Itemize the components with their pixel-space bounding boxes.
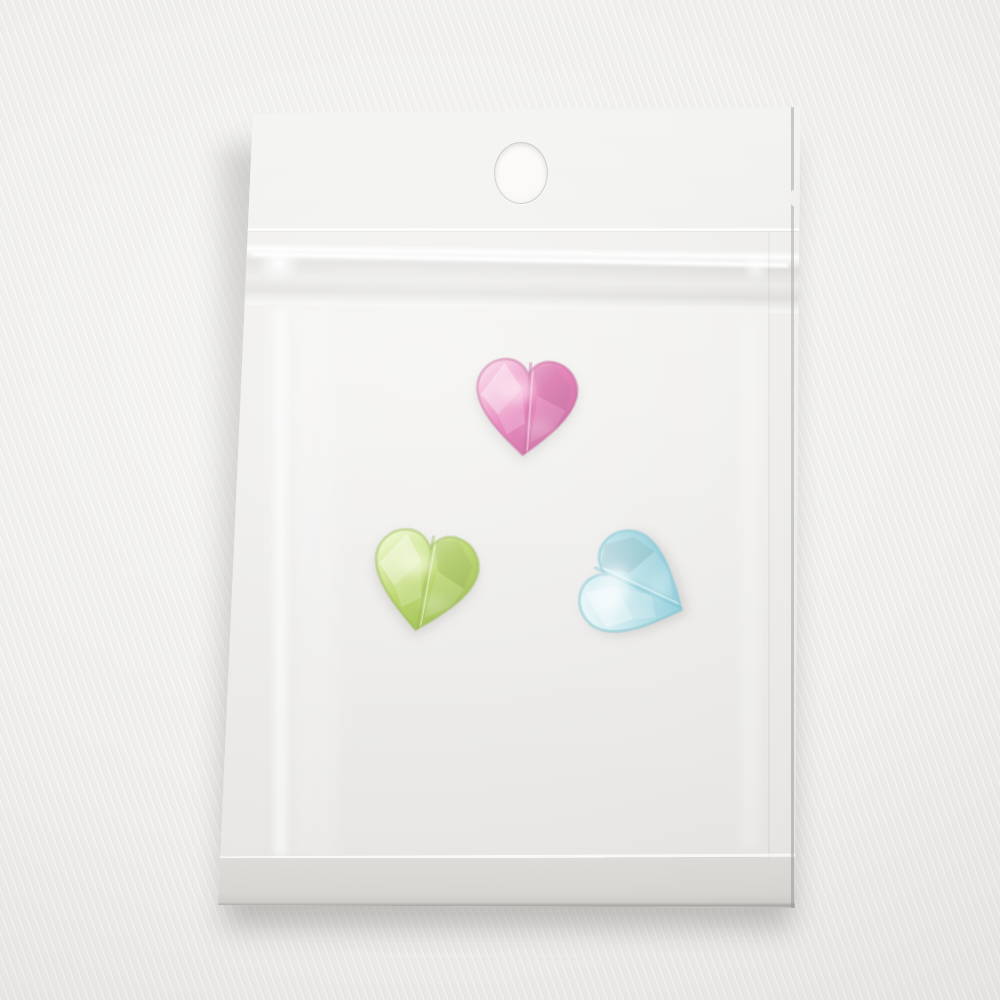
zipper-crinkle-left [256, 242, 302, 284]
bag-right-edge [791, 107, 794, 908]
vertical-sheen-left-soft [294, 310, 336, 856]
pink-heart-bead [458, 340, 595, 477]
zipper-crinkle-right [742, 250, 770, 284]
hang-hole [494, 142, 548, 204]
ziplock-bag [0, 0, 1000, 1000]
bag-bottom-skirt [218, 858, 802, 908]
vertical-sheen-left [274, 310, 287, 856]
green-heart-bead [347, 504, 501, 661]
right-fold-line [768, 232, 770, 904]
scene [0, 0, 1000, 1000]
header-fold-seam [218, 228, 802, 231]
vertical-sheen-right [742, 322, 758, 850]
